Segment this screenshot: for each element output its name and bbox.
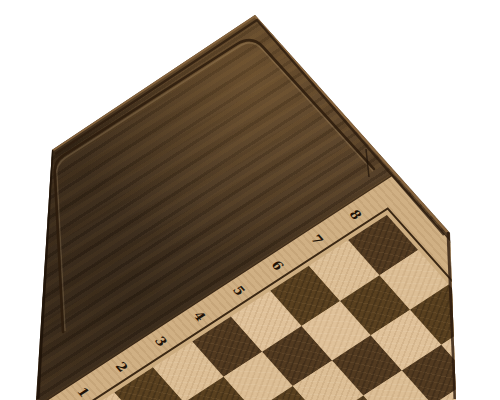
square: [472, 354, 500, 400]
wood-crack: [366, 149, 369, 177]
product-photo: 12345678: [0, 0, 500, 400]
walnut-board-surface: 12345678: [0, 0, 500, 400]
chessboard-block: 12345678: [30, 176, 500, 400]
